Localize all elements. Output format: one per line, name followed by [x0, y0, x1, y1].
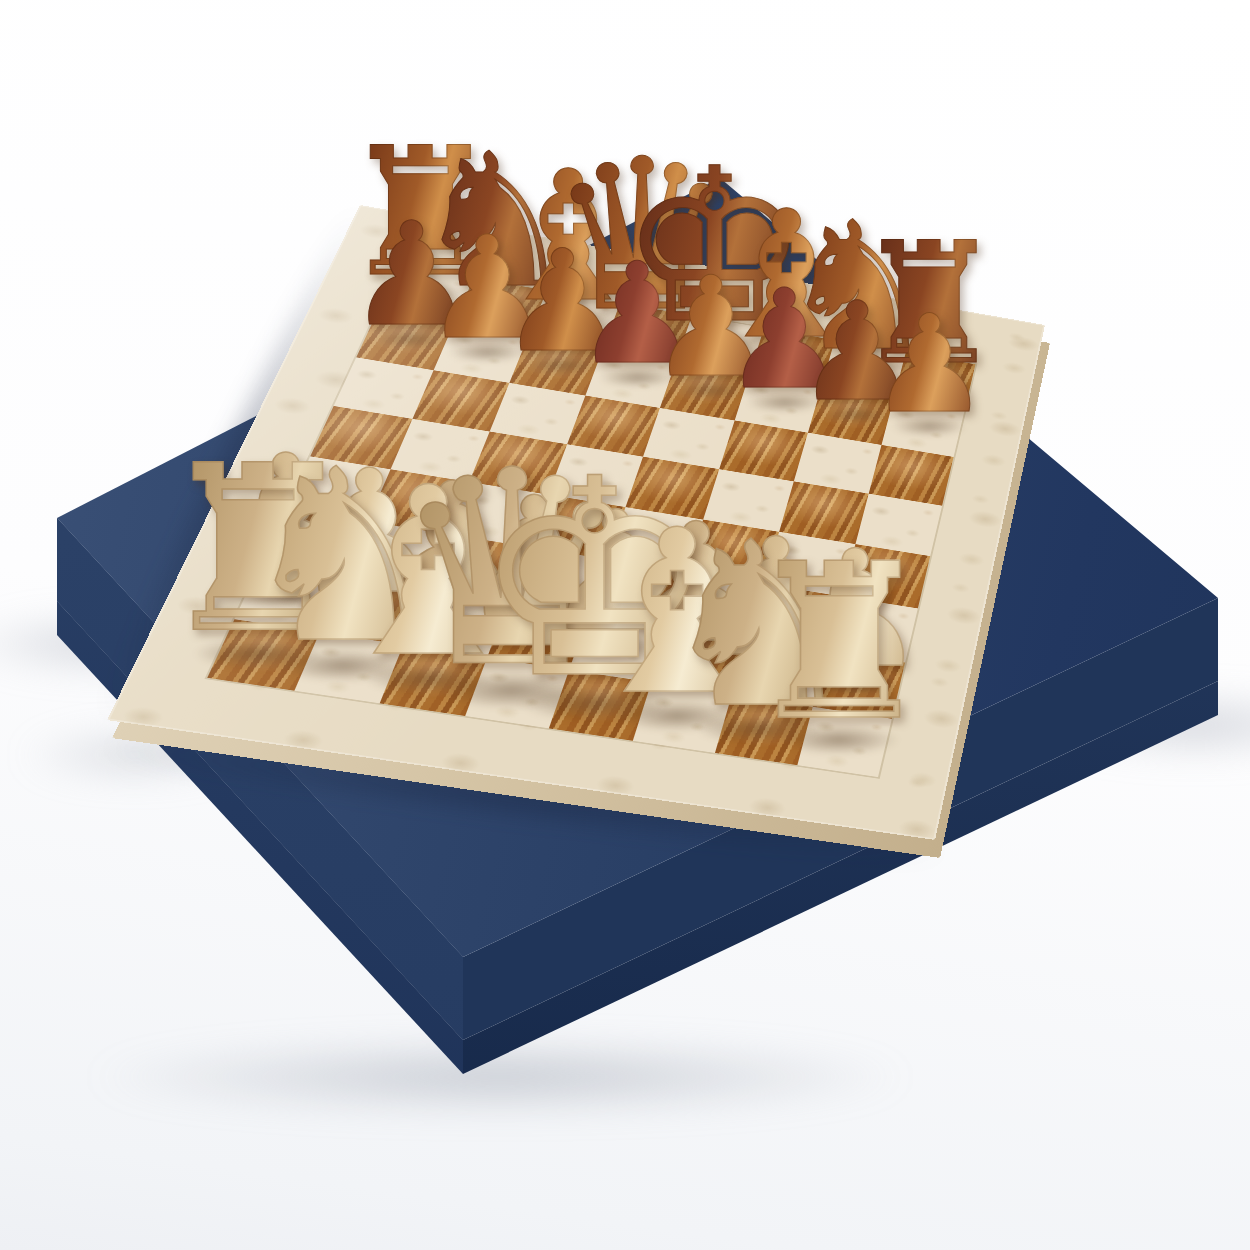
piece-white-rook-h1[interactable]: ♜: [742, 544, 935, 742]
pieces-layer: ♜♞♝♛♚♝♞♜♟♟♟♟♟♟♟♟♟♟♟♟♟♟♟♟♜♞♝♛♚♝♞♜: [0, 0, 1250, 1250]
product-photo-scene: ♜♞♝♛♚♝♞♜♟♟♟♟♟♟♟♟♟♟♟♟♟♟♟♟♜♞♝♛♚♝♞♜: [0, 0, 1250, 1250]
piece-black-pawn-h7[interactable]: ♟: [869, 303, 990, 427]
pawn-glyph: ♟: [869, 303, 990, 427]
rook-glyph: ♜: [742, 544, 935, 742]
